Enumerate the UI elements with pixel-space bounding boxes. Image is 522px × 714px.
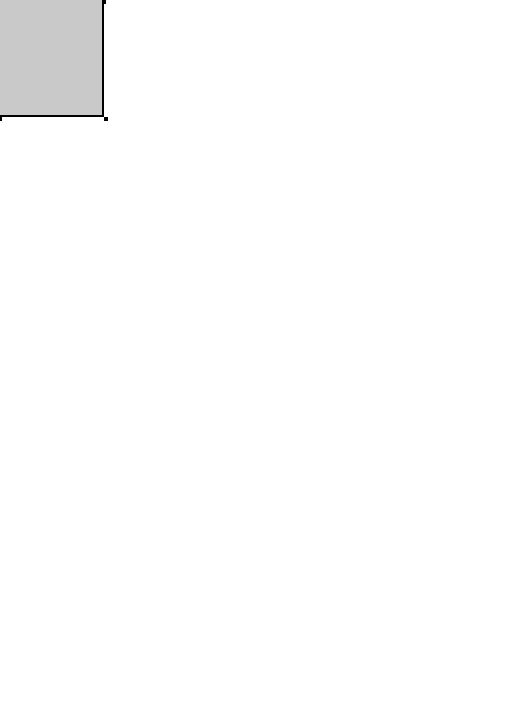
watermark-corner: [0, 0, 104, 117]
nonogram-puzzle-page: [0, 0, 522, 714]
nonogram-board: [104, 117, 108, 121]
column-clues: [104, 0, 106, 4]
row-clues: [0, 117, 2, 121]
